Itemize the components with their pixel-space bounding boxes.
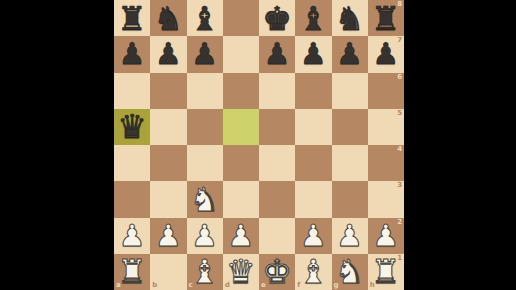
square-c4[interactable] [187,145,223,181]
square-b8[interactable]: ♞ [150,0,186,36]
square-c7[interactable]: ♟ [187,36,223,72]
square-h5[interactable]: 5 [368,109,404,145]
square-g5[interactable] [332,109,368,145]
black-bishop[interactable]: ♝ [187,0,223,36]
white-king[interactable]: ♚ [259,254,295,290]
square-b7[interactable]: ♟ [150,36,186,72]
square-g8[interactable]: ♞ [332,0,368,36]
square-g2[interactable]: ♟ [332,218,368,254]
square-d2[interactable]: ♟ [223,218,259,254]
square-c2[interactable]: ♟ [187,218,223,254]
square-a3[interactable] [114,181,150,217]
square-b1[interactable]: b [150,254,186,290]
square-d5[interactable] [223,109,259,145]
black-queen[interactable]: ♛ [114,109,150,145]
file-label-b: b [152,282,157,289]
white-pawn[interactable]: ♟ [150,218,186,254]
black-pawn[interactable]: ♟ [150,36,186,72]
square-h8[interactable]: ♜8 [368,0,404,36]
white-pawn[interactable]: ♟ [368,218,404,254]
square-g6[interactable] [332,73,368,109]
square-a7[interactable]: ♟ [114,36,150,72]
black-knight[interactable]: ♞ [150,0,186,36]
square-f4[interactable] [295,145,331,181]
square-b3[interactable] [150,181,186,217]
square-e7[interactable]: ♟ [259,36,295,72]
square-c5[interactable] [187,109,223,145]
square-d6[interactable] [223,73,259,109]
white-pawn[interactable]: ♟ [223,218,259,254]
square-e8[interactable]: ♚ [259,0,295,36]
square-a2[interactable]: ♟ [114,218,150,254]
square-f7[interactable]: ♟ [295,36,331,72]
square-f3[interactable] [295,181,331,217]
white-bishop[interactable]: ♝ [187,254,223,290]
square-c1[interactable]: ♝c [187,254,223,290]
square-h7[interactable]: ♟7 [368,36,404,72]
black-pawn[interactable]: ♟ [295,36,331,72]
white-rook[interactable]: ♜ [368,254,404,290]
black-rook[interactable]: ♜ [114,0,150,36]
white-pawn[interactable]: ♟ [114,218,150,254]
black-pawn[interactable]: ♟ [259,36,295,72]
rank-label-3: 3 [397,182,402,189]
square-g7[interactable]: ♟ [332,36,368,72]
white-knight[interactable]: ♞ [332,254,368,290]
white-queen[interactable]: ♛ [223,254,259,290]
square-c6[interactable] [187,73,223,109]
black-rook[interactable]: ♜ [368,0,404,36]
square-g4[interactable] [332,145,368,181]
square-h1[interactable]: ♜1h [368,254,404,290]
white-pawn[interactable]: ♟ [295,218,331,254]
rank-label-6: 6 [397,74,402,81]
square-h3[interactable]: 3 [368,181,404,217]
square-f6[interactable] [295,73,331,109]
square-d8[interactable] [223,0,259,36]
square-a6[interactable] [114,73,150,109]
square-c3[interactable]: ♞ [187,181,223,217]
rank-label-4: 4 [397,146,402,153]
square-b4[interactable] [150,145,186,181]
square-b6[interactable] [150,73,186,109]
square-b2[interactable]: ♟ [150,218,186,254]
square-e5[interactable] [259,109,295,145]
square-e2[interactable] [259,218,295,254]
square-f5[interactable] [295,109,331,145]
square-a4[interactable] [114,145,150,181]
rank-label-5: 5 [397,110,402,117]
square-b5[interactable] [150,109,186,145]
square-h6[interactable]: 6 [368,73,404,109]
square-f1[interactable]: ♝f [295,254,331,290]
square-e6[interactable] [259,73,295,109]
square-f8[interactable]: ♝ [295,0,331,36]
white-rook[interactable]: ♜ [114,254,150,290]
black-knight[interactable]: ♞ [332,0,368,36]
black-bishop[interactable]: ♝ [295,0,331,36]
square-a8[interactable]: ♜ [114,0,150,36]
black-pawn[interactable]: ♟ [187,36,223,72]
square-g3[interactable] [332,181,368,217]
square-e3[interactable] [259,181,295,217]
square-e1[interactable]: ♚e [259,254,295,290]
white-bishop[interactable]: ♝ [295,254,331,290]
square-d3[interactable] [223,181,259,217]
square-d7[interactable] [223,36,259,72]
square-f2[interactable]: ♟ [295,218,331,254]
square-h2[interactable]: ♟2 [368,218,404,254]
black-pawn[interactable]: ♟ [114,36,150,72]
chess-board[interactable]: ♜♞♝♚♝♞♜8♟♟♟♟♟♟♟76♛54♞3♟♟♟♟♟♟♟2♜ab♝c♛d♚e♝… [114,0,404,290]
black-pawn[interactable]: ♟ [368,36,404,72]
square-d1[interactable]: ♛d [223,254,259,290]
square-d4[interactable] [223,145,259,181]
square-e4[interactable] [259,145,295,181]
white-pawn[interactable]: ♟ [332,218,368,254]
black-pawn[interactable]: ♟ [332,36,368,72]
white-knight[interactable]: ♞ [187,181,223,217]
black-king[interactable]: ♚ [259,0,295,36]
square-a5[interactable]: ♛ [114,109,150,145]
white-pawn[interactable]: ♟ [187,218,223,254]
square-c8[interactable]: ♝ [187,0,223,36]
square-h4[interactable]: 4 [368,145,404,181]
square-a1[interactable]: ♜a [114,254,150,290]
app-background: ♜♞♝♚♝♞♜8♟♟♟♟♟♟♟76♛54♞3♟♟♟♟♟♟♟2♜ab♝c♛d♚e♝… [0,0,516,290]
square-g1[interactable]: ♞g [332,254,368,290]
